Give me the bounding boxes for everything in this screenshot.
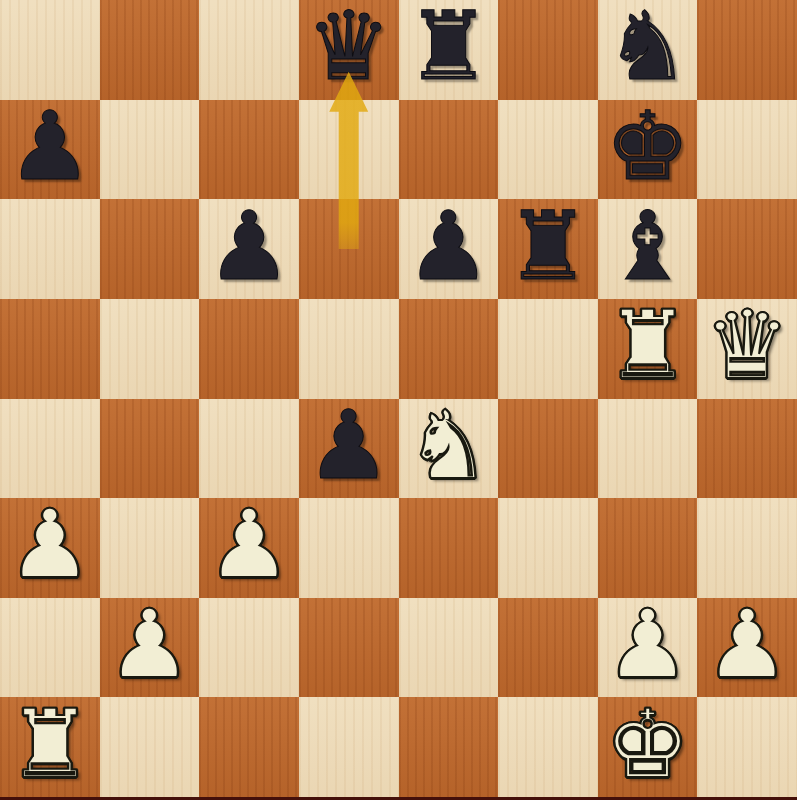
piece-black-pawn-c6[interactable]: ♟ (206, 199, 291, 294)
square-c4[interactable] (199, 399, 299, 499)
board-container: ♛♜♞♟♚♟♟♜♝♜♛♟♞♟♟♟♟♟♜♚ (0, 0, 797, 800)
square-b7[interactable] (100, 100, 200, 200)
square-c6[interactable]: ♟ (199, 199, 299, 299)
piece-white-knight-e4[interactable]: ♞ (406, 398, 491, 493)
square-b6[interactable] (100, 199, 200, 299)
square-g5[interactable]: ♜ (598, 299, 698, 399)
square-e3[interactable] (399, 498, 499, 598)
square-g2[interactable]: ♟ (598, 598, 698, 698)
square-e2[interactable] (399, 598, 499, 698)
square-f4[interactable] (498, 399, 598, 499)
square-a3[interactable]: ♟ (0, 498, 100, 598)
square-c1[interactable] (199, 697, 299, 797)
square-f1[interactable] (498, 697, 598, 797)
piece-white-rook-a1[interactable]: ♜ (7, 697, 92, 792)
piece-white-pawn-a3[interactable]: ♟ (7, 497, 92, 592)
square-h5[interactable]: ♛ (697, 299, 797, 399)
square-d2[interactable] (299, 598, 399, 698)
piece-white-pawn-c3[interactable]: ♟ (206, 497, 291, 592)
square-g3[interactable] (598, 498, 698, 598)
square-f8[interactable] (498, 0, 598, 100)
square-a8[interactable] (0, 0, 100, 100)
square-d5[interactable] (299, 299, 399, 399)
square-f3[interactable] (498, 498, 598, 598)
square-g1[interactable]: ♚ (598, 697, 698, 797)
square-d6[interactable] (299, 199, 399, 299)
piece-black-pawn-d4[interactable]: ♟ (306, 398, 391, 493)
square-h4[interactable] (697, 399, 797, 499)
chess-board: ♛♜♞♟♚♟♟♜♝♜♛♟♞♟♟♟♟♟♜♚ (0, 0, 797, 797)
square-a7[interactable]: ♟ (0, 100, 100, 200)
square-e1[interactable] (399, 697, 499, 797)
square-b5[interactable] (100, 299, 200, 399)
square-d4[interactable]: ♟ (299, 399, 399, 499)
square-f7[interactable] (498, 100, 598, 200)
piece-white-king-g1[interactable]: ♚ (605, 697, 690, 792)
square-f2[interactable] (498, 598, 598, 698)
piece-black-rook-f6[interactable]: ♜ (505, 199, 590, 294)
piece-black-pawn-a7[interactable]: ♟ (7, 99, 92, 194)
square-e6[interactable]: ♟ (399, 199, 499, 299)
square-b8[interactable] (100, 0, 200, 100)
piece-white-pawn-h2[interactable]: ♟ (705, 597, 790, 692)
square-c2[interactable] (199, 598, 299, 698)
piece-black-queen-d8[interactable]: ♛ (306, 0, 391, 94)
square-b1[interactable] (100, 697, 200, 797)
piece-black-knight-g8[interactable]: ♞ (605, 0, 690, 94)
piece-white-rook-g5[interactable]: ♜ (605, 298, 690, 393)
square-b4[interactable] (100, 399, 200, 499)
square-e7[interactable] (399, 100, 499, 200)
square-h1[interactable] (697, 697, 797, 797)
square-h2[interactable]: ♟ (697, 598, 797, 698)
square-h8[interactable] (697, 0, 797, 100)
square-c3[interactable]: ♟ (199, 498, 299, 598)
square-g8[interactable]: ♞ (598, 0, 698, 100)
square-b2[interactable]: ♟ (100, 598, 200, 698)
square-a2[interactable] (0, 598, 100, 698)
square-e4[interactable]: ♞ (399, 399, 499, 499)
square-f5[interactable] (498, 299, 598, 399)
square-h3[interactable] (697, 498, 797, 598)
square-e8[interactable]: ♜ (399, 0, 499, 100)
square-a5[interactable] (0, 299, 100, 399)
square-c7[interactable] (199, 100, 299, 200)
piece-black-rook-e8[interactable]: ♜ (406, 0, 491, 94)
square-d3[interactable] (299, 498, 399, 598)
square-e5[interactable] (399, 299, 499, 399)
square-c5[interactable] (199, 299, 299, 399)
piece-white-queen-h5[interactable]: ♛ (705, 298, 790, 393)
square-a6[interactable] (0, 199, 100, 299)
square-g6[interactable]: ♝ (598, 199, 698, 299)
piece-black-bishop-g6[interactable]: ♝ (605, 199, 690, 294)
piece-white-pawn-g2[interactable]: ♟ (605, 597, 690, 692)
square-d1[interactable] (299, 697, 399, 797)
piece-black-pawn-e6[interactable]: ♟ (406, 199, 491, 294)
square-f6[interactable]: ♜ (498, 199, 598, 299)
square-d7[interactable] (299, 100, 399, 200)
square-b3[interactable] (100, 498, 200, 598)
piece-white-pawn-b2[interactable]: ♟ (107, 597, 192, 692)
piece-black-king-g7[interactable]: ♚ (605, 99, 690, 194)
square-g7[interactable]: ♚ (598, 100, 698, 200)
square-g4[interactable] (598, 399, 698, 499)
square-h7[interactable] (697, 100, 797, 200)
square-a4[interactable] (0, 399, 100, 499)
square-c8[interactable] (199, 0, 299, 100)
square-d8[interactable]: ♛ (299, 0, 399, 100)
square-a1[interactable]: ♜ (0, 697, 100, 797)
square-h6[interactable] (697, 199, 797, 299)
